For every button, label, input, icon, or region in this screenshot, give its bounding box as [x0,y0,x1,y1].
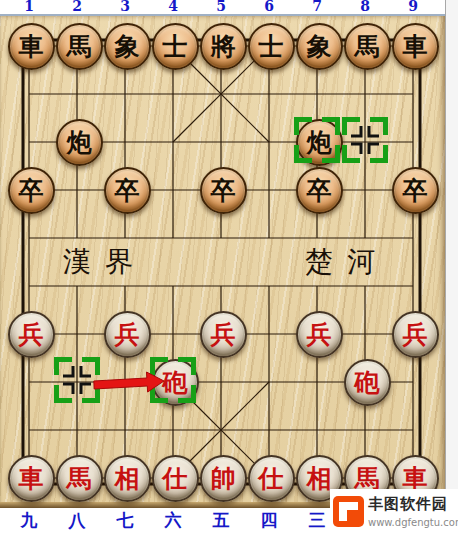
watermark-site-url: www.dgfengtu.com [368,517,458,528]
window-edge [445,0,458,534]
piece-black[interactable]: 卒 [392,167,439,214]
piece-red[interactable]: 兵 [392,311,439,358]
piece-black[interactable]: 卒 [8,167,55,214]
piece-red[interactable]: 砲 [344,359,391,406]
xiangqi-app-window: 漢界 楚河 車馬象士將士象馬車炮炮卒卒卒卒卒兵兵兵兵兵砲砲車馬相仕帥仕相馬車 1… [0,0,458,534]
file-label-top: 5 [210,0,232,14]
xiangqi-board[interactable]: 漢界 楚河 [0,14,446,508]
piece-red[interactable]: 馬 [56,455,103,502]
piece-black[interactable]: 馬 [344,23,391,70]
file-label-top: 7 [306,0,328,14]
file-label-bottom: 九 [16,509,42,532]
watermark: 丰图软件园 www.dgfengtu.com [330,489,458,534]
file-label-bottom: 五 [208,509,234,532]
river-label-left: 漢界 [63,243,147,281]
piece-black[interactable]: 士 [152,23,199,70]
piece-red[interactable]: 帥 [200,455,247,502]
piece-red[interactable]: 仕 [152,455,199,502]
piece-red[interactable]: 相 [104,455,151,502]
piece-black[interactable]: 卒 [104,167,151,214]
file-label-bottom: 八 [64,509,90,532]
crosshair-cursor-icon [59,362,95,402]
piece-black[interactable]: 卒 [296,167,343,214]
site-logo-icon [333,496,364,527]
piece-red[interactable]: 兵 [8,311,55,358]
piece-black[interactable]: 卒 [200,167,247,214]
file-label-top: 6 [258,0,280,14]
file-label-top: 3 [114,0,136,14]
file-label-top: 4 [162,0,184,14]
piece-red[interactable]: 仕 [248,455,295,502]
piece-black[interactable]: 馬 [56,23,103,70]
file-label-bottom: 七 [112,509,138,532]
river-label-right: 楚河 [305,243,389,281]
piece-red[interactable]: 兵 [200,311,247,358]
piece-red[interactable]: 兵 [296,311,343,358]
piece-black[interactable]: 車 [8,23,55,70]
piece-red[interactable]: 兵 [104,311,151,358]
piece-black[interactable]: 象 [104,23,151,70]
crosshair-cursor-icon [347,122,383,162]
piece-black[interactable]: 將 [200,23,247,70]
piece-red[interactable]: 砲 [152,359,199,406]
watermark-site-name: 丰图软件园 [368,495,458,514]
file-label-top: 9 [402,0,424,14]
file-label-top: 1 [18,0,40,14]
file-label-top: 8 [354,0,376,14]
piece-black[interactable]: 炮 [56,119,103,166]
piece-black[interactable]: 車 [392,23,439,70]
file-label-bottom: 三 [304,509,330,532]
file-label-top: 2 [66,0,88,14]
piece-red[interactable]: 車 [8,455,55,502]
piece-black[interactable]: 士 [248,23,295,70]
file-label-bottom: 六 [160,509,186,532]
piece-black[interactable]: 炮 [296,119,343,166]
file-label-bottom: 四 [256,509,282,532]
piece-black[interactable]: 象 [296,23,343,70]
